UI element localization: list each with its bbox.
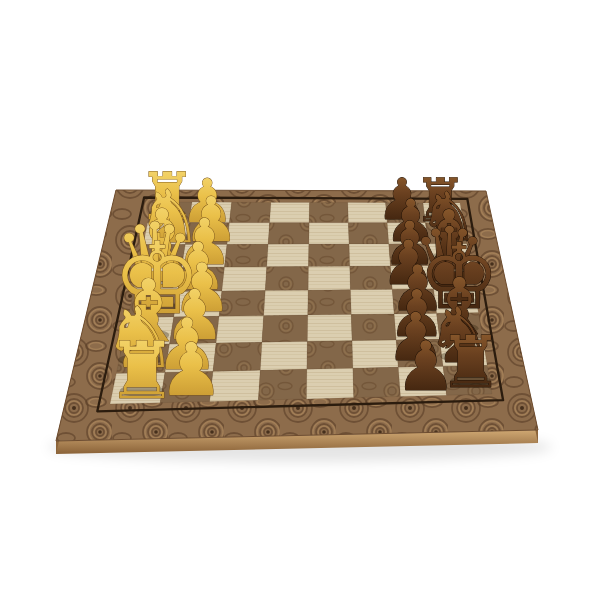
piece-white-pawn[interactable]: ♟ xyxy=(158,327,224,412)
square-g4[interactable] xyxy=(260,342,307,371)
square-f5[interactable] xyxy=(307,315,352,342)
square-b4[interactable] xyxy=(268,223,309,244)
piece-black-rook[interactable]: ♜ xyxy=(438,320,502,404)
square-a4[interactable] xyxy=(270,202,310,222)
square-e4[interactable] xyxy=(264,290,309,316)
square-g5[interactable] xyxy=(307,341,353,370)
square-f4[interactable] xyxy=(262,315,308,342)
square-b5[interactable] xyxy=(309,223,349,244)
square-h4[interactable] xyxy=(258,369,307,400)
chess-set-product-photo: ♜♟♟♜♞♟♟♞♝♟♟♝♛♟♟♛♚♟♟♚♝♟♟♝♞♟♟♞♜♟♟♜ xyxy=(0,0,600,600)
square-d4[interactable] xyxy=(265,267,308,291)
square-a5[interactable] xyxy=(309,203,348,223)
square-c4[interactable] xyxy=(267,244,309,267)
chessboard-render: ♜♟♟♜♞♟♟♞♝♟♟♝♛♟♟♛♚♟♟♚♝♟♟♝♞♟♟♞♜♟♟♜ xyxy=(0,0,600,600)
square-c5[interactable] xyxy=(309,244,350,267)
square-h5[interactable] xyxy=(307,368,354,399)
square-e5[interactable] xyxy=(308,290,352,315)
square-d5[interactable] xyxy=(308,266,350,290)
